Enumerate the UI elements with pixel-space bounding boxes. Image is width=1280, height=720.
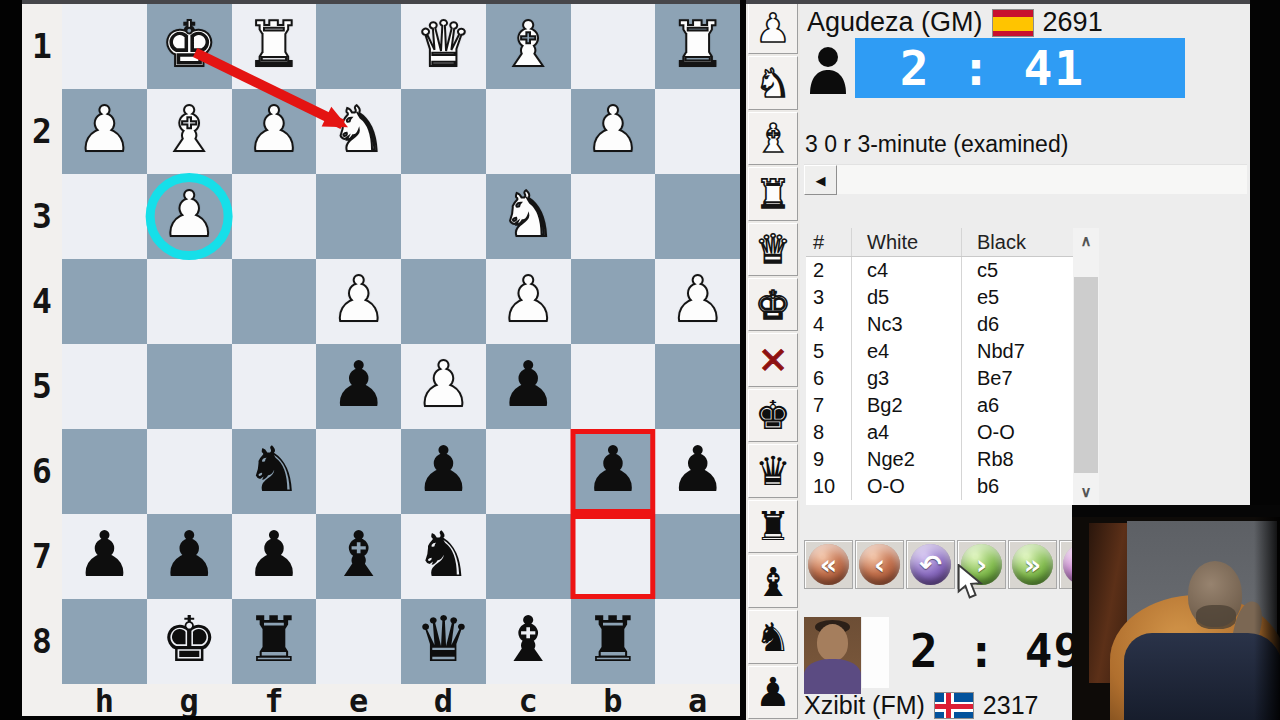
top-player-rating: 2691 (1043, 7, 1103, 38)
square-b2[interactable]: ♟ (571, 89, 656, 174)
rank-label-3: 3 (22, 174, 62, 259)
column-header-number: # (806, 228, 852, 256)
square-g7[interactable]: ♟ (147, 514, 232, 599)
square-g3[interactable]: ♟ (147, 174, 232, 259)
black-move[interactable]: Be7 (962, 365, 1072, 392)
square-d2[interactable] (401, 89, 486, 174)
file-label-f: f (232, 684, 317, 717)
move-row-7: 7Bg2a6 (806, 392, 1073, 419)
bottom-player-rating: 2317 (983, 691, 1039, 720)
move-number: 10 (806, 473, 852, 500)
square-e3[interactable] (316, 174, 401, 259)
square-b1[interactable] (571, 4, 656, 89)
black-knight-on-d7[interactable]: ♞ (401, 514, 486, 599)
square-d8[interactable]: ♛ (401, 599, 486, 684)
white-pawn-on-b2[interactable]: ♟ (571, 89, 656, 174)
white-move[interactable]: Nc3 (852, 311, 962, 338)
square-f4[interactable] (232, 259, 317, 344)
move-list-scrollbar[interactable]: ∧ ∨ (1073, 228, 1099, 505)
square-f8[interactable]: ♜ (232, 599, 317, 684)
scroll-up-button[interactable]: ∧ (1073, 228, 1099, 254)
square-c5[interactable]: ♟ (486, 344, 571, 429)
black-pawn-on-h7[interactable]: ♟ (62, 514, 147, 599)
square-b4[interactable] (571, 259, 656, 344)
black-queen-on-d8[interactable]: ♛ (401, 599, 486, 684)
palette-black-pawn-button[interactable]: ♟ (748, 666, 798, 719)
white-pawn-on-c4[interactable]: ♟ (486, 259, 571, 344)
square-a8[interactable] (655, 599, 740, 684)
move-number: 7 (806, 392, 852, 419)
black-knight-on-f6[interactable]: ♞ (232, 429, 317, 514)
top-player-name: Agudeza (GM) (807, 7, 983, 38)
file-labels-row: hgfedcba (22, 684, 740, 717)
black-move[interactable]: e5 (962, 284, 1072, 311)
window-top-border (0, 0, 1280, 4)
white-pawn-on-f2[interactable]: ♟ (232, 89, 317, 174)
black-pawn-on-a6[interactable]: ♟ (655, 429, 740, 514)
black-rook-on-b8[interactable]: ♜ (571, 599, 656, 684)
chess-board[interactable]: ♚♜♛♝♜♟♝♟♞♟♟♞♟♟♟♟♟♟♞♟♟♟♟♟♟♝♞♚♜♛♝♜ (62, 4, 740, 684)
square-g5[interactable] (147, 344, 232, 429)
rank-label-1: 1 (22, 4, 62, 89)
square-a6[interactable]: ♟ (655, 429, 740, 514)
webcam-top-border (1072, 505, 1280, 517)
move-list-table: #WhiteBlack2c4c53d5e54Nc3d65e4Nbd76g3Be7… (806, 228, 1073, 505)
square-e1[interactable] (316, 4, 401, 89)
white-rook-on-f1[interactable]: ♜ (232, 4, 317, 89)
square-e6[interactable] (316, 429, 401, 514)
square-f5[interactable] (232, 344, 317, 429)
move-row-4: 4Nc3d6 (806, 311, 1073, 338)
white-move[interactable]: a4 (852, 419, 962, 446)
avatar-face (817, 624, 848, 661)
palette-white-pawn-button[interactable]: ♟ (748, 1, 798, 54)
palette-white-bishop-button[interactable]: ♝ (748, 112, 798, 165)
palette-black-king-button[interactable]: ♚ (748, 389, 798, 442)
board-panel-divider (740, 0, 746, 720)
column-header-white: White (852, 228, 962, 256)
chevron-down-icon: ∨ (1081, 483, 1092, 501)
square-h5[interactable] (62, 344, 147, 429)
white-pawn-on-h2[interactable]: ♟ (62, 89, 147, 174)
first-move-icon: « (808, 544, 849, 585)
white-queen-on-d1[interactable]: ♛ (401, 4, 486, 89)
player-silhouette-icon (808, 44, 848, 96)
square-c1[interactable]: ♝ (486, 4, 571, 89)
black-move[interactable]: Nbd7 (962, 338, 1072, 365)
top-player-clock: 2 : 41 (855, 38, 1185, 98)
white-pawn-on-d5[interactable]: ♟ (401, 344, 486, 429)
square-g8[interactable]: ♚ (147, 599, 232, 684)
black-move[interactable]: b6 (962, 473, 1072, 500)
white-knight-on-c3[interactable]: ♞ (486, 174, 571, 259)
takeback-icon: ↶ (910, 544, 951, 585)
square-g1[interactable]: ♚ (147, 4, 232, 89)
file-label-h: h (62, 684, 147, 717)
prev-move-button[interactable]: ‹ (855, 540, 904, 589)
last-move-icon: » (1012, 544, 1053, 585)
black-rook-on-f8[interactable]: ♜ (232, 599, 317, 684)
window-left-border (0, 0, 22, 720)
rank-label-4: 4 (22, 259, 62, 344)
scrollbar-thumb[interactable] (1074, 277, 1098, 473)
iceland-flag-icon (934, 692, 974, 719)
rank-labels-column: 12345678 (22, 4, 62, 684)
black-pawn-on-b6[interactable]: ♟ (571, 429, 656, 514)
white-move[interactable]: Bg2 (852, 392, 962, 419)
chess-client-window: 12345678 ♚♜♛♝♜♟♝♟♞♟♟♞♟♟♟♟♟♟♞♟♟♟♟♟♟♝♞♚♜♛♝… (0, 0, 1280, 720)
square-d7[interactable]: ♞ (401, 514, 486, 599)
square-a2[interactable] (655, 89, 740, 174)
column-header-black: Black (962, 228, 1072, 256)
white-move[interactable]: Nge2 (852, 446, 962, 473)
move-number: 9 (806, 446, 852, 473)
empty-camera-slot (862, 617, 889, 688)
file-label-e: e (316, 684, 401, 717)
white-move[interactable]: d5 (852, 284, 962, 311)
white-pawn-on-e4[interactable]: ♟ (316, 259, 401, 344)
square-g6[interactable] (147, 429, 232, 514)
square-g4[interactable] (147, 259, 232, 344)
square-h2[interactable]: ♟ (62, 89, 147, 174)
bottom-player-clock: 2 : 49 (910, 624, 1082, 678)
left-triangle-icon: ◀ (816, 173, 826, 188)
palette-white-knight-button[interactable]: ♞ (748, 56, 798, 109)
move-row-6: 6g3Be7 (806, 365, 1073, 392)
white-bishop-on-g2[interactable]: ♝ (147, 89, 232, 174)
file-label-a: a (655, 684, 740, 717)
rank-label-7: 7 (22, 514, 62, 599)
webcam-shadow (1254, 517, 1280, 720)
square-h8[interactable] (62, 599, 147, 684)
white-move[interactable]: O-O (852, 473, 962, 500)
rank-label-6: 6 (22, 429, 62, 514)
scroll-left-button[interactable]: ◀ (804, 165, 837, 195)
square-h7[interactable]: ♟ (62, 514, 147, 599)
square-f3[interactable] (232, 174, 317, 259)
white-knight-on-e2[interactable]: ♞ (316, 89, 401, 174)
bottom-player-row: Xzibit (FM) 2317 (804, 691, 1038, 720)
file-label-g: g (147, 684, 232, 717)
square-g2[interactable]: ♝ (147, 89, 232, 174)
square-c6[interactable] (486, 429, 571, 514)
move-row-2: 2c4c5 (806, 257, 1073, 284)
white-move[interactable]: c4 (852, 257, 962, 284)
palette-black-knight-button[interactable]: ♞ (748, 610, 798, 663)
square-a5[interactable] (655, 344, 740, 429)
file-label-d: d (401, 684, 486, 717)
square-e2[interactable]: ♞ (316, 89, 401, 174)
webcam-person-beard (1196, 605, 1236, 629)
square-e8[interactable] (316, 599, 401, 684)
square-a1[interactable]: ♜ (655, 4, 740, 89)
square-a3[interactable] (655, 174, 740, 259)
square-c4[interactable]: ♟ (486, 259, 571, 344)
black-move[interactable]: a6 (962, 392, 1072, 419)
square-b8[interactable]: ♜ (571, 599, 656, 684)
square-c7[interactable] (486, 514, 571, 599)
last-move-button[interactable]: » (1008, 540, 1057, 589)
black-pawn-on-e5[interactable]: ♟ (316, 344, 401, 429)
square-c8[interactable]: ♝ (486, 599, 571, 684)
black-pawn-on-f7[interactable]: ♟ (232, 514, 317, 599)
square-f2[interactable]: ♟ (232, 89, 317, 174)
square-f7[interactable]: ♟ (232, 514, 317, 599)
piece-palette: ♟♞♝♜♛♚✕♚♛♜♝♞♟ (746, 0, 800, 720)
file-label-b: b (571, 684, 656, 717)
square-h1[interactable] (62, 4, 147, 89)
square-d6[interactable]: ♟ (401, 429, 486, 514)
rank-label-5: 5 (22, 344, 62, 429)
black-bishop-on-c8[interactable]: ♝ (486, 599, 571, 684)
white-move[interactable]: e4 (852, 338, 962, 365)
square-e5[interactable]: ♟ (316, 344, 401, 429)
scroll-down-button[interactable]: ∨ (1073, 479, 1099, 505)
move-number: 4 (806, 311, 852, 338)
white-bishop-on-c1[interactable]: ♝ (486, 4, 571, 89)
move-number: 5 (806, 338, 852, 365)
move-row-10: 10O-Ob6 (806, 473, 1073, 500)
window-bottom-border (0, 716, 746, 720)
palette-black-queen-button[interactable]: ♛ (748, 444, 798, 497)
avatar-shirt (804, 659, 861, 694)
square-d3[interactable] (401, 174, 486, 259)
square-d1[interactable]: ♛ (401, 4, 486, 89)
square-d5[interactable]: ♟ (401, 344, 486, 429)
black-move[interactable]: d6 (962, 311, 1072, 338)
webcam-video (1072, 517, 1280, 720)
white-rook-on-a1[interactable]: ♜ (655, 4, 740, 89)
top-player-row: Agudeza (GM) 2691 (807, 7, 1103, 38)
white-pawn-on-g3[interactable]: ♟ (147, 174, 232, 259)
square-e4[interactable]: ♟ (316, 259, 401, 344)
move-row-9: 9Nge2Rb8 (806, 446, 1073, 473)
move-number: 8 (806, 419, 852, 446)
black-move[interactable]: c5 (962, 257, 1072, 284)
square-a4[interactable]: ♟ (655, 259, 740, 344)
square-b7[interactable] (571, 514, 656, 599)
square-a7[interactable] (655, 514, 740, 599)
palette-black-bishop-button[interactable]: ♝ (748, 555, 798, 608)
white-pawn-on-a4[interactable]: ♟ (655, 259, 740, 344)
white-king-on-g1[interactable]: ♚ (147, 4, 232, 89)
black-pawn-on-g7[interactable]: ♟ (147, 514, 232, 599)
square-h3[interactable] (62, 174, 147, 259)
move-row-8: 8a4O-O (806, 419, 1073, 446)
black-move[interactable]: Rb8 (962, 446, 1072, 473)
palette-white-king-button[interactable]: ♚ (748, 278, 798, 331)
square-h4[interactable] (62, 259, 147, 344)
game-description: 3 0 r 3-minute (examined) (805, 131, 1068, 158)
rank-label-8: 8 (22, 599, 62, 684)
black-pawn-on-c5[interactable]: ♟ (486, 344, 571, 429)
move-row-3: 3d5e5 (806, 284, 1073, 311)
square-b6[interactable]: ♟ (571, 429, 656, 514)
move-table-header: #WhiteBlack (806, 228, 1073, 257)
palette-white-rook-button[interactable]: ♜ (748, 167, 798, 220)
square-b5[interactable] (571, 344, 656, 429)
mouse-cursor (956, 564, 988, 600)
palette-black-rook-button[interactable]: ♜ (748, 500, 798, 553)
takeback-button[interactable]: ↶ (906, 540, 955, 589)
move-row-5: 5e4Nbd7 (806, 338, 1073, 365)
black-king-on-g8[interactable]: ♚ (147, 599, 232, 684)
black-move[interactable]: O-O (962, 419, 1072, 446)
spain-flag-icon (992, 9, 1034, 37)
chevron-up-icon: ∧ (1081, 232, 1092, 250)
square-e7[interactable]: ♝ (316, 514, 401, 599)
square-c3[interactable]: ♞ (486, 174, 571, 259)
prev-move-icon: ‹ (859, 544, 900, 585)
move-number: 3 (806, 284, 852, 311)
white-move[interactable]: g3 (852, 365, 962, 392)
first-move-button[interactable]: « (804, 540, 853, 589)
square-f1[interactable]: ♜ (232, 4, 317, 89)
square-c2[interactable] (486, 89, 571, 174)
move-number: 2 (806, 257, 852, 284)
square-h6[interactable] (62, 429, 147, 514)
horizontal-scrollbar[interactable]: ◀ (804, 164, 1247, 194)
black-pawn-on-d6[interactable]: ♟ (401, 429, 486, 514)
square-f6[interactable]: ♞ (232, 429, 317, 514)
square-d4[interactable] (401, 259, 486, 344)
palette-white-queen-button[interactable]: ♛ (748, 223, 798, 276)
rank-label-2: 2 (22, 89, 62, 174)
square-b3[interactable] (571, 174, 656, 259)
file-label-c: c (486, 684, 571, 717)
palette-delete-piece-button[interactable]: ✕ (748, 333, 798, 386)
bottom-player-photo (804, 617, 861, 694)
move-number: 6 (806, 365, 852, 392)
black-bishop-on-e7[interactable]: ♝ (316, 514, 401, 599)
bottom-player-name: Xzibit (FM) (804, 691, 925, 720)
